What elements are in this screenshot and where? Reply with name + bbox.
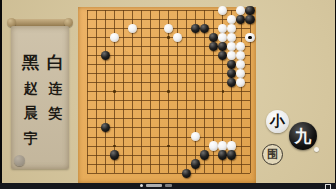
white-stone xyxy=(227,24,236,33)
white-stone xyxy=(164,24,173,33)
black-stone xyxy=(218,51,227,60)
white-stone xyxy=(236,51,245,60)
app-logo: 小 九 围 xyxy=(258,106,328,170)
black-player-label: 黑 赵 晨 宇 xyxy=(22,52,39,147)
star-point xyxy=(167,36,170,39)
white-name-char-1: 连 xyxy=(49,80,63,97)
black-stone xyxy=(191,24,200,33)
left-black-edge xyxy=(0,0,2,189)
star-point xyxy=(113,145,116,148)
logo-char-xiao: 小 xyxy=(270,112,285,131)
grid-line-h xyxy=(87,100,250,101)
white-stone xyxy=(245,33,254,42)
grid-line-h xyxy=(87,173,250,174)
status-dot-icon xyxy=(140,184,143,187)
scroll-seal xyxy=(14,155,25,166)
black-stone xyxy=(101,51,110,60)
white-stone xyxy=(173,33,182,42)
black-stone xyxy=(245,6,254,15)
white-stone xyxy=(227,42,236,51)
player-scroll-panel: 黑 赵 晨 宇 白 连 笑 xyxy=(7,19,73,171)
white-stone xyxy=(209,141,218,150)
logo-white-stone: 小 xyxy=(266,110,289,133)
white-stone xyxy=(218,24,227,33)
last-move-marker xyxy=(248,36,251,39)
black-stone xyxy=(227,60,236,69)
black-stone xyxy=(110,150,119,159)
black-stone xyxy=(200,24,209,33)
logo-outline-stone: 围 xyxy=(262,144,283,165)
grid-line-v xyxy=(186,10,187,173)
grid-line-v xyxy=(195,10,196,173)
logo-black-stone: 九 xyxy=(289,122,317,150)
black-stone xyxy=(209,42,218,51)
black-stone xyxy=(236,15,245,24)
white-stone xyxy=(227,15,236,24)
black-stone xyxy=(200,150,209,159)
go-board xyxy=(78,7,256,183)
white-stone xyxy=(227,141,236,150)
logo-char-wei: 围 xyxy=(267,147,278,162)
white-stone xyxy=(236,69,245,78)
black-name-char-2: 晨 xyxy=(24,105,38,122)
white-name-char-2: 笑 xyxy=(49,105,63,122)
black-stone xyxy=(227,78,236,87)
black-stone xyxy=(227,69,236,78)
black-stone xyxy=(218,42,227,51)
white-stone xyxy=(110,33,119,42)
white-stone xyxy=(236,6,245,15)
player-text-blob-2 xyxy=(165,184,172,187)
black-color-char: 黑 xyxy=(22,52,39,72)
white-stone xyxy=(218,33,227,42)
black-stone xyxy=(209,33,218,42)
white-stone xyxy=(218,6,227,15)
logo-small-stone xyxy=(314,147,319,152)
grid-line-h xyxy=(87,127,250,128)
star-point xyxy=(113,90,116,93)
white-stone xyxy=(218,141,227,150)
fullscreen-icon[interactable] xyxy=(325,184,331,189)
grid-line-h xyxy=(87,118,250,119)
grid-line-h xyxy=(87,137,250,138)
white-stone xyxy=(128,24,137,33)
white-stone xyxy=(227,33,236,42)
white-player-label: 白 连 笑 xyxy=(47,52,64,122)
black-stone xyxy=(101,123,110,132)
star-point xyxy=(167,90,170,93)
player-text-blob xyxy=(146,184,162,187)
white-stone xyxy=(236,60,245,69)
grid-line-h xyxy=(87,109,250,110)
grid-line-h xyxy=(87,164,250,165)
black-name-char-3: 宇 xyxy=(24,130,38,147)
white-stone xyxy=(227,51,236,60)
black-name-char-1: 赵 xyxy=(24,80,38,97)
player-control-bar[interactable] xyxy=(0,183,336,190)
player-status-group xyxy=(140,184,172,187)
white-stone xyxy=(236,78,245,87)
black-stone xyxy=(218,150,227,159)
star-point xyxy=(222,90,225,93)
scroll-paper: 黑 赵 晨 宇 白 连 笑 xyxy=(11,26,69,169)
black-stone xyxy=(191,159,200,168)
black-stone xyxy=(245,15,254,24)
white-color-char: 白 xyxy=(47,52,64,72)
black-stone xyxy=(227,150,236,159)
white-stone xyxy=(236,42,245,51)
video-frame: 黑 赵 晨 宇 白 连 笑 小 九 围 xyxy=(0,0,336,189)
black-stone xyxy=(182,169,191,178)
white-stone xyxy=(191,132,200,141)
logo-char-jiu: 九 xyxy=(295,125,312,148)
grid-line-v xyxy=(204,10,205,173)
grid-line-v xyxy=(241,10,242,173)
star-point xyxy=(167,145,170,148)
